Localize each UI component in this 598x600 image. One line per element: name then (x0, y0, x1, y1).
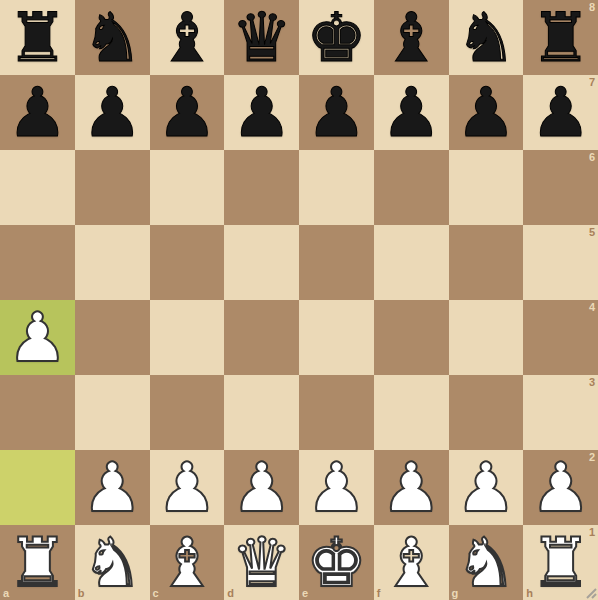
square-e7[interactable]: ♟ (299, 75, 374, 150)
coord-file-d: d (227, 588, 234, 599)
piece-black-king[interactable]: ♚ (306, 4, 367, 72)
square-e1[interactable]: ♚e (299, 525, 374, 600)
square-f3[interactable] (374, 375, 449, 450)
piece-black-pawn[interactable]: ♟ (381, 79, 442, 147)
piece-white-pawn[interactable]: ♟ (82, 454, 143, 522)
square-b6[interactable] (75, 150, 150, 225)
piece-white-knight[interactable]: ♞ (82, 529, 143, 597)
square-f1[interactable]: ♝f (374, 525, 449, 600)
square-h3[interactable]: 3 (523, 375, 598, 450)
square-g8[interactable]: ♞ (449, 0, 524, 75)
piece-white-pawn[interactable]: ♟ (530, 454, 591, 522)
square-f7[interactable]: ♟ (374, 75, 449, 150)
square-g7[interactable]: ♟ (449, 75, 524, 150)
piece-black-rook[interactable]: ♜ (7, 4, 68, 72)
coord-rank-7: 7 (589, 77, 595, 88)
coord-file-f: f (377, 588, 381, 599)
square-h4[interactable]: 4 (523, 300, 598, 375)
square-g5[interactable] (449, 225, 524, 300)
square-d4[interactable] (224, 300, 299, 375)
piece-black-knight[interactable]: ♞ (455, 4, 516, 72)
square-d5[interactable] (224, 225, 299, 300)
square-f5[interactable] (374, 225, 449, 300)
piece-black-pawn[interactable]: ♟ (156, 79, 217, 147)
square-b5[interactable] (75, 225, 150, 300)
piece-black-bishop[interactable]: ♝ (156, 4, 217, 72)
square-b8[interactable]: ♞ (75, 0, 150, 75)
square-d7[interactable]: ♟ (224, 75, 299, 150)
piece-white-rook[interactable]: ♜ (530, 529, 591, 597)
square-a7[interactable]: ♟ (0, 75, 75, 150)
piece-white-pawn[interactable]: ♟ (455, 454, 516, 522)
square-b1[interactable]: ♞b (75, 525, 150, 600)
piece-white-bishop[interactable]: ♝ (381, 529, 442, 597)
square-a4[interactable]: ♟ (0, 300, 75, 375)
piece-white-pawn[interactable]: ♟ (381, 454, 442, 522)
chess-board: ♜♞♝♛♚♝♞♜8♟♟♟♟♟♟♟♟765♟43♟♟♟♟♟♟♟2♜a♞b♝c♛d♚… (0, 0, 598, 600)
square-g2[interactable]: ♟ (449, 450, 524, 525)
piece-black-pawn[interactable]: ♟ (231, 79, 292, 147)
coord-rank-1: 1 (589, 527, 595, 538)
piece-black-pawn[interactable]: ♟ (455, 79, 516, 147)
coord-rank-6: 6 (589, 152, 595, 163)
square-f6[interactable] (374, 150, 449, 225)
coord-rank-2: 2 (589, 452, 595, 463)
piece-white-knight[interactable]: ♞ (455, 529, 516, 597)
coord-file-e: e (302, 588, 308, 599)
square-h6[interactable]: 6 (523, 150, 598, 225)
coord-rank-4: 4 (589, 302, 595, 313)
square-a2[interactable] (0, 450, 75, 525)
square-a3[interactable] (0, 375, 75, 450)
square-c5[interactable] (150, 225, 225, 300)
piece-black-pawn[interactable]: ♟ (82, 79, 143, 147)
piece-black-knight[interactable]: ♞ (82, 4, 143, 72)
resize-handle-icon[interactable] (584, 586, 597, 599)
square-a1[interactable]: ♜a (0, 525, 75, 600)
coord-file-h: h (526, 588, 533, 599)
square-e3[interactable] (299, 375, 374, 450)
piece-white-bishop[interactable]: ♝ (156, 529, 217, 597)
square-c1[interactable]: ♝c (150, 525, 225, 600)
piece-white-pawn[interactable]: ♟ (7, 304, 68, 372)
square-b4[interactable] (75, 300, 150, 375)
square-f4[interactable] (374, 300, 449, 375)
piece-black-pawn[interactable]: ♟ (306, 79, 367, 147)
square-d3[interactable] (224, 375, 299, 450)
square-e6[interactable] (299, 150, 374, 225)
square-g6[interactable] (449, 150, 524, 225)
square-c2[interactable]: ♟ (150, 450, 225, 525)
square-h8[interactable]: ♜8 (523, 0, 598, 75)
square-d6[interactable] (224, 150, 299, 225)
square-b7[interactable]: ♟ (75, 75, 150, 150)
square-h7[interactable]: ♟7 (523, 75, 598, 150)
square-h5[interactable]: 5 (523, 225, 598, 300)
coord-rank-5: 5 (589, 227, 595, 238)
square-b2[interactable]: ♟ (75, 450, 150, 525)
coord-file-g: g (452, 588, 459, 599)
square-a6[interactable] (0, 150, 75, 225)
square-d8[interactable]: ♛ (224, 0, 299, 75)
square-e8[interactable]: ♚ (299, 0, 374, 75)
piece-white-pawn[interactable]: ♟ (306, 454, 367, 522)
square-f8[interactable]: ♝ (374, 0, 449, 75)
piece-black-rook[interactable]: ♜ (530, 4, 591, 72)
square-c6[interactable] (150, 150, 225, 225)
square-c7[interactable]: ♟ (150, 75, 225, 150)
square-f2[interactable]: ♟ (374, 450, 449, 525)
square-g1[interactable]: ♞g (449, 525, 524, 600)
square-c3[interactable] (150, 375, 225, 450)
square-b3[interactable] (75, 375, 150, 450)
coord-file-c: c (153, 588, 159, 599)
coord-file-b: b (78, 588, 85, 599)
square-e5[interactable] (299, 225, 374, 300)
square-c4[interactable] (150, 300, 225, 375)
chess-board-container: ♜♞♝♛♚♝♞♜8♟♟♟♟♟♟♟♟765♟43♟♟♟♟♟♟♟2♜a♞b♝c♛d♚… (0, 0, 598, 600)
square-g4[interactable] (449, 300, 524, 375)
square-d2[interactable]: ♟ (224, 450, 299, 525)
piece-white-pawn[interactable]: ♟ (231, 454, 292, 522)
piece-black-pawn[interactable]: ♟ (530, 79, 591, 147)
square-e4[interactable] (299, 300, 374, 375)
piece-black-queen[interactable]: ♛ (231, 4, 292, 72)
square-a5[interactable] (0, 225, 75, 300)
square-h2[interactable]: ♟2 (523, 450, 598, 525)
square-d1[interactable]: ♛d (224, 525, 299, 600)
square-c8[interactable]: ♝ (150, 0, 225, 75)
piece-white-king[interactable]: ♚ (306, 529, 367, 597)
square-a8[interactable]: ♜ (0, 0, 75, 75)
square-e2[interactable]: ♟ (299, 450, 374, 525)
piece-black-bishop[interactable]: ♝ (381, 4, 442, 72)
piece-white-pawn[interactable]: ♟ (156, 454, 217, 522)
coord-rank-8: 8 (589, 2, 595, 13)
piece-white-queen[interactable]: ♛ (231, 529, 292, 597)
piece-black-pawn[interactable]: ♟ (7, 79, 68, 147)
coord-file-a: a (3, 588, 9, 599)
piece-white-rook[interactable]: ♜ (7, 529, 68, 597)
coord-rank-3: 3 (589, 377, 595, 388)
square-g3[interactable] (449, 375, 524, 450)
